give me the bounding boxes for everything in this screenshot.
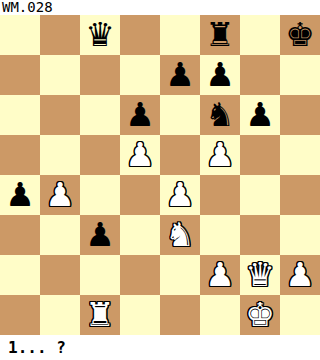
square-c4[interactable] <box>80 175 120 215</box>
square-a1[interactable] <box>0 295 40 335</box>
square-b5[interactable] <box>40 135 80 175</box>
white-pawn: ♟ <box>120 135 160 175</box>
white-knight: ♞ <box>160 215 200 255</box>
white-pawn: ♟ <box>280 255 320 295</box>
square-a5[interactable] <box>0 135 40 175</box>
square-d6[interactable]: ♟ <box>120 95 160 135</box>
black-pawn: ♟ <box>120 95 160 135</box>
square-e1[interactable] <box>160 295 200 335</box>
square-b4[interactable]: ♟ <box>40 175 80 215</box>
square-d5[interactable]: ♟ <box>120 135 160 175</box>
square-a4[interactable]: ♟ <box>0 175 40 215</box>
square-e7[interactable]: ♟ <box>160 55 200 95</box>
black-pawn: ♟ <box>80 215 120 255</box>
square-d7[interactable] <box>120 55 160 95</box>
square-e6[interactable] <box>160 95 200 135</box>
white-rook: ♜ <box>80 295 120 335</box>
square-a3[interactable] <box>0 215 40 255</box>
square-d2[interactable] <box>120 255 160 295</box>
square-h7[interactable] <box>280 55 320 95</box>
square-a8[interactable] <box>0 15 40 55</box>
square-c5[interactable] <box>80 135 120 175</box>
square-g6[interactable]: ♟ <box>240 95 280 135</box>
square-e3[interactable]: ♞ <box>160 215 200 255</box>
white-pawn: ♟ <box>200 255 240 295</box>
square-b2[interactable] <box>40 255 80 295</box>
square-h4[interactable] <box>280 175 320 215</box>
black-pawn: ♟ <box>200 55 240 95</box>
chess-board: ♛♜♚♟♟♟♞♟♟♟♟♟♟♟♞♟♛♟♜♚ <box>0 15 320 335</box>
square-b8[interactable] <box>40 15 80 55</box>
black-king: ♚ <box>280 15 320 55</box>
square-d8[interactable] <box>120 15 160 55</box>
white-pawn: ♟ <box>200 135 240 175</box>
square-f1[interactable] <box>200 295 240 335</box>
square-f6[interactable]: ♞ <box>200 95 240 135</box>
square-c1[interactable]: ♜ <box>80 295 120 335</box>
white-pawn: ♟ <box>160 175 200 215</box>
square-g5[interactable] <box>240 135 280 175</box>
square-c8[interactable]: ♛ <box>80 15 120 55</box>
square-e4[interactable]: ♟ <box>160 175 200 215</box>
black-knight: ♞ <box>200 95 240 135</box>
white-queen: ♛ <box>240 255 280 295</box>
square-c2[interactable] <box>80 255 120 295</box>
square-a7[interactable] <box>0 55 40 95</box>
black-pawn: ♟ <box>160 55 200 95</box>
square-e8[interactable] <box>160 15 200 55</box>
square-f7[interactable]: ♟ <box>200 55 240 95</box>
square-g8[interactable] <box>240 15 280 55</box>
square-h1[interactable] <box>280 295 320 335</box>
square-b7[interactable] <box>40 55 80 95</box>
square-f4[interactable] <box>200 175 240 215</box>
square-b3[interactable] <box>40 215 80 255</box>
square-e2[interactable] <box>160 255 200 295</box>
square-h6[interactable] <box>280 95 320 135</box>
square-e5[interactable] <box>160 135 200 175</box>
square-g7[interactable] <box>240 55 280 95</box>
square-g1[interactable]: ♚ <box>240 295 280 335</box>
square-c3[interactable]: ♟ <box>80 215 120 255</box>
square-h8[interactable]: ♚ <box>280 15 320 55</box>
black-pawn: ♟ <box>0 175 40 215</box>
square-h5[interactable] <box>280 135 320 175</box>
square-d4[interactable] <box>120 175 160 215</box>
move-prompt: 1... ? <box>8 337 66 360</box>
square-b6[interactable] <box>40 95 80 135</box>
black-queen: ♛ <box>80 15 120 55</box>
white-king: ♚ <box>240 295 280 335</box>
black-pawn: ♟ <box>240 95 280 135</box>
square-f5[interactable]: ♟ <box>200 135 240 175</box>
square-g2[interactable]: ♛ <box>240 255 280 295</box>
white-pawn: ♟ <box>40 175 80 215</box>
square-d1[interactable] <box>120 295 160 335</box>
square-g4[interactable] <box>240 175 280 215</box>
square-d3[interactable] <box>120 215 160 255</box>
square-h2[interactable]: ♟ <box>280 255 320 295</box>
square-a2[interactable] <box>0 255 40 295</box>
square-h3[interactable] <box>280 215 320 255</box>
puzzle-id-label: WM.028 <box>2 0 53 15</box>
square-c6[interactable] <box>80 95 120 135</box>
square-f8[interactable]: ♜ <box>200 15 240 55</box>
square-c7[interactable] <box>80 55 120 95</box>
square-f2[interactable]: ♟ <box>200 255 240 295</box>
square-a6[interactable] <box>0 95 40 135</box>
square-b1[interactable] <box>40 295 80 335</box>
square-g3[interactable] <box>240 215 280 255</box>
black-rook: ♜ <box>200 15 240 55</box>
square-f3[interactable] <box>200 215 240 255</box>
